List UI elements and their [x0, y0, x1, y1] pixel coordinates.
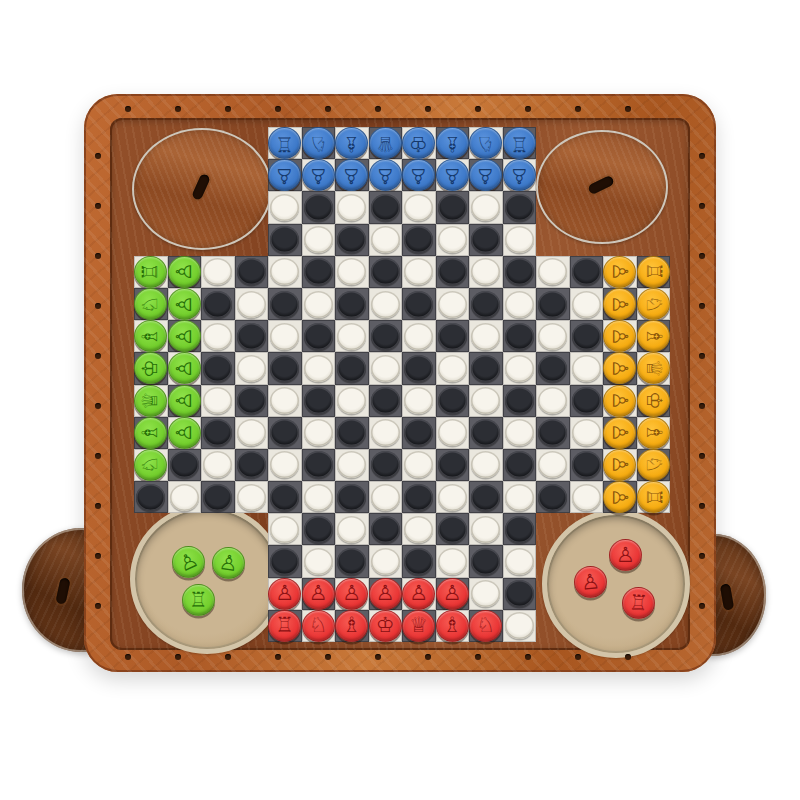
board-square[interactable]: [503, 610, 537, 642]
board-square[interactable]: ♗: [335, 127, 369, 159]
board-square[interactable]: [201, 256, 235, 288]
board-square[interactable]: [402, 417, 436, 449]
white-checker[interactable]: [471, 451, 500, 478]
board-square[interactable]: [369, 417, 403, 449]
black-checker[interactable]: [203, 419, 232, 446]
board-square[interactable]: ♗: [436, 610, 470, 642]
board-square[interactable]: ♖: [637, 481, 671, 513]
red-pawn[interactable]: ♙: [369, 578, 402, 610]
black-checker[interactable]: [371, 323, 400, 350]
white-checker[interactable]: [572, 419, 601, 446]
board-square[interactable]: [469, 256, 503, 288]
board-square[interactable]: [402, 288, 436, 320]
black-checker[interactable]: [404, 355, 433, 382]
white-checker[interactable]: [505, 226, 534, 253]
black-checker[interactable]: [136, 484, 165, 511]
yellow-king[interactable]: ♔: [637, 385, 670, 417]
black-checker[interactable]: [270, 548, 299, 575]
board-square[interactable]: [570, 481, 604, 513]
board-square[interactable]: [369, 545, 403, 577]
black-checker[interactable]: [404, 484, 433, 511]
black-checker[interactable]: [203, 355, 232, 382]
red-rook[interactable]: ♖: [268, 610, 301, 642]
white-checker[interactable]: [237, 484, 266, 511]
board-square[interactable]: ♙: [335, 578, 369, 610]
board-square[interactable]: ♘: [469, 610, 503, 642]
red-pawn[interactable]: ♙: [436, 578, 469, 610]
board-square[interactable]: ♕: [637, 352, 671, 384]
blue-pawn[interactable]: ♙: [503, 159, 536, 191]
white-checker[interactable]: [337, 451, 366, 478]
yellow-rook[interactable]: ♖: [637, 256, 670, 288]
yellow-pawn[interactable]: ♙: [603, 449, 636, 481]
board-square[interactable]: [503, 352, 537, 384]
red-knight[interactable]: ♘: [302, 610, 335, 642]
green-king[interactable]: ♔: [134, 352, 167, 384]
black-checker[interactable]: [471, 548, 500, 575]
board-square[interactable]: [335, 191, 369, 223]
red-bishop[interactable]: ♗: [436, 610, 469, 642]
white-checker[interactable]: [505, 484, 534, 511]
board-square[interactable]: ♖: [637, 256, 671, 288]
board-square[interactable]: ♖: [134, 256, 168, 288]
board-square[interactable]: [235, 320, 269, 352]
board-square[interactable]: [503, 224, 537, 256]
white-checker[interactable]: [505, 355, 534, 382]
board-square[interactable]: [235, 256, 269, 288]
board-square[interactable]: [436, 417, 470, 449]
board-square[interactable]: [268, 352, 302, 384]
white-checker[interactable]: [404, 451, 433, 478]
board-square[interactable]: [369, 513, 403, 545]
black-checker[interactable]: [371, 516, 400, 543]
black-checker[interactable]: [404, 226, 433, 253]
black-checker[interactable]: [270, 226, 299, 253]
board-square[interactable]: [469, 481, 503, 513]
board-square[interactable]: [134, 481, 168, 513]
board-square[interactable]: [369, 224, 403, 256]
black-checker[interactable]: [304, 451, 333, 478]
black-checker[interactable]: [505, 516, 534, 543]
black-checker[interactable]: [270, 355, 299, 382]
board-square[interactable]: ♙: [268, 578, 302, 610]
green-bishop[interactable]: ♗: [134, 417, 167, 449]
black-checker[interactable]: [505, 258, 534, 285]
white-checker[interactable]: [304, 291, 333, 318]
board-square[interactable]: [469, 320, 503, 352]
board-square[interactable]: ♘: [302, 610, 336, 642]
white-checker[interactable]: [572, 291, 601, 318]
blue-knight[interactable]: ♘: [469, 127, 502, 159]
board-square[interactable]: [235, 352, 269, 384]
board-square[interactable]: [402, 256, 436, 288]
board-square[interactable]: [503, 417, 537, 449]
board-square[interactable]: [402, 320, 436, 352]
black-checker[interactable]: [304, 194, 333, 221]
black-checker[interactable]: [371, 194, 400, 221]
black-checker[interactable]: [572, 451, 601, 478]
board-square[interactable]: ♘: [302, 127, 336, 159]
board-square[interactable]: [302, 417, 336, 449]
board-square[interactable]: [469, 224, 503, 256]
board-square[interactable]: ♕: [402, 610, 436, 642]
board-square[interactable]: ♘: [469, 127, 503, 159]
black-checker[interactable]: [471, 484, 500, 511]
white-checker[interactable]: [203, 258, 232, 285]
board-square[interactable]: [302, 545, 336, 577]
board-square[interactable]: ♖: [503, 127, 537, 159]
white-checker[interactable]: [471, 516, 500, 543]
black-checker[interactable]: [438, 387, 467, 414]
board-square[interactable]: [201, 352, 235, 384]
white-checker[interactable]: [270, 194, 299, 221]
board-square[interactable]: [436, 352, 470, 384]
green-rook[interactable]: ♖: [134, 256, 167, 288]
board-square[interactable]: [436, 256, 470, 288]
blue-pawn[interactable]: ♙: [369, 159, 402, 191]
black-checker[interactable]: [371, 258, 400, 285]
yellow-pawn[interactable]: ♙: [603, 288, 636, 320]
blue-king[interactable]: ♔: [402, 127, 435, 159]
board-square[interactable]: [503, 191, 537, 223]
black-checker[interactable]: [237, 258, 266, 285]
board-square[interactable]: ♙: [603, 352, 637, 384]
black-checker[interactable]: [304, 516, 333, 543]
board-square[interactable]: ♙: [603, 320, 637, 352]
black-checker[interactable]: [237, 387, 266, 414]
board-square[interactable]: ♙: [436, 159, 470, 191]
black-checker[interactable]: [337, 548, 366, 575]
red-rook[interactable]: ♖: [622, 587, 655, 619]
board-square[interactable]: ♙: [168, 288, 202, 320]
black-checker[interactable]: [270, 291, 299, 318]
board-square[interactable]: [570, 352, 604, 384]
board-square[interactable]: [268, 513, 302, 545]
board-square[interactable]: [402, 449, 436, 481]
black-checker[interactable]: [270, 484, 299, 511]
white-checker[interactable]: [304, 226, 333, 253]
black-checker[interactable]: [337, 291, 366, 318]
blue-queen[interactable]: ♕: [369, 127, 402, 159]
board-square[interactable]: ♗: [637, 320, 671, 352]
board-square[interactable]: [469, 578, 503, 610]
board-square[interactable]: [168, 481, 202, 513]
board-square[interactable]: [436, 545, 470, 577]
white-checker[interactable]: [505, 419, 534, 446]
red-bishop[interactable]: ♗: [335, 610, 368, 642]
board-square[interactable]: [503, 320, 537, 352]
white-checker[interactable]: [371, 226, 400, 253]
black-checker[interactable]: [438, 451, 467, 478]
board-square[interactable]: [302, 352, 336, 384]
white-checker[interactable]: [438, 291, 467, 318]
white-checker[interactable]: [404, 323, 433, 350]
red-pawn[interactable]: ♙: [609, 539, 642, 571]
board-square[interactable]: [436, 288, 470, 320]
board-square[interactable]: [469, 288, 503, 320]
board-square[interactable]: [335, 320, 369, 352]
black-checker[interactable]: [304, 387, 333, 414]
board-square[interactable]: [235, 288, 269, 320]
black-checker[interactable]: [438, 323, 467, 350]
board-square[interactable]: [369, 320, 403, 352]
board-square[interactable]: [369, 256, 403, 288]
green-queen[interactable]: ♕: [134, 385, 167, 417]
board-square[interactable]: ♙: [168, 256, 202, 288]
white-checker[interactable]: [203, 323, 232, 350]
black-checker[interactable]: [505, 194, 534, 221]
black-checker[interactable]: [505, 580, 534, 607]
board-square[interactable]: [302, 513, 336, 545]
black-checker[interactable]: [538, 484, 567, 511]
board-square[interactable]: [302, 288, 336, 320]
green-pawn[interactable]: ♙: [168, 352, 201, 384]
white-checker[interactable]: [438, 355, 467, 382]
board-square[interactable]: [235, 481, 269, 513]
blue-pawn[interactable]: ♙: [302, 159, 335, 191]
board-square[interactable]: ♘: [134, 449, 168, 481]
board-square[interactable]: [268, 545, 302, 577]
board-square[interactable]: [536, 481, 570, 513]
black-checker[interactable]: [203, 484, 232, 511]
yellow-pawn[interactable]: ♙: [603, 320, 636, 352]
board-square[interactable]: ♗: [335, 610, 369, 642]
white-checker[interactable]: [270, 323, 299, 350]
black-checker[interactable]: [438, 258, 467, 285]
board-square[interactable]: [335, 545, 369, 577]
white-checker[interactable]: [270, 516, 299, 543]
board-square[interactable]: [436, 385, 470, 417]
board-square[interactable]: ♗: [637, 417, 671, 449]
yellow-bishop[interactable]: ♗: [637, 320, 670, 352]
board-square[interactable]: ♙: [603, 385, 637, 417]
white-checker[interactable]: [203, 387, 232, 414]
board-square[interactable]: [235, 417, 269, 449]
blue-pawn[interactable]: ♙: [268, 159, 301, 191]
board-square[interactable]: ♙: [302, 159, 336, 191]
white-checker[interactable]: [371, 355, 400, 382]
black-checker[interactable]: [505, 323, 534, 350]
white-checker[interactable]: [438, 484, 467, 511]
board-square[interactable]: [369, 449, 403, 481]
board-square[interactable]: [335, 288, 369, 320]
yellow-pawn[interactable]: ♙: [603, 385, 636, 417]
board-square[interactable]: [402, 481, 436, 513]
black-checker[interactable]: [471, 291, 500, 318]
black-checker[interactable]: [471, 226, 500, 253]
board-square[interactable]: [302, 449, 336, 481]
white-checker[interactable]: [438, 419, 467, 446]
white-checker[interactable]: [572, 355, 601, 382]
board-square[interactable]: [570, 288, 604, 320]
black-checker[interactable]: [572, 323, 601, 350]
board-square[interactable]: ♔: [637, 385, 671, 417]
board-square[interactable]: ♙: [603, 256, 637, 288]
blue-pawn[interactable]: ♙: [402, 159, 435, 191]
board-square[interactable]: [536, 385, 570, 417]
black-checker[interactable]: [337, 419, 366, 446]
black-checker[interactable]: [438, 516, 467, 543]
board-square[interactable]: [302, 256, 336, 288]
black-checker[interactable]: [237, 451, 266, 478]
board-square[interactable]: [570, 449, 604, 481]
board-square[interactable]: [536, 256, 570, 288]
board-square[interactable]: ♙: [402, 159, 436, 191]
red-pawn[interactable]: ♙: [574, 566, 607, 598]
yellow-pawn[interactable]: ♙: [603, 481, 636, 513]
board-square[interactable]: [436, 224, 470, 256]
board-square[interactable]: [503, 578, 537, 610]
board-square[interactable]: ♗: [134, 320, 168, 352]
board-square[interactable]: ♙: [603, 288, 637, 320]
green-pawn[interactable]: ♙: [168, 385, 201, 417]
board-square[interactable]: [268, 320, 302, 352]
black-checker[interactable]: [371, 387, 400, 414]
board-square[interactable]: ♙: [503, 159, 537, 191]
white-checker[interactable]: [471, 323, 500, 350]
black-checker[interactable]: [337, 226, 366, 253]
green-pawn[interactable]: ♙: [172, 546, 205, 578]
board-square[interactable]: [469, 449, 503, 481]
green-pawn[interactable]: ♙: [168, 320, 201, 352]
white-checker[interactable]: [404, 387, 433, 414]
board-square[interactable]: [335, 417, 369, 449]
board-square[interactable]: [436, 191, 470, 223]
board-square[interactable]: ♖: [268, 127, 302, 159]
red-pawn[interactable]: ♙: [268, 578, 301, 610]
board-square[interactable]: ♕: [369, 127, 403, 159]
board-square[interactable]: [335, 224, 369, 256]
board-square[interactable]: [235, 385, 269, 417]
black-checker[interactable]: [304, 323, 333, 350]
board-square[interactable]: ♗: [436, 127, 470, 159]
white-checker[interactable]: [471, 580, 500, 607]
board-square[interactable]: ♙: [168, 352, 202, 384]
white-checker[interactable]: [505, 291, 534, 318]
board-square[interactable]: [436, 513, 470, 545]
board-square[interactable]: [503, 545, 537, 577]
board-square[interactable]: [335, 481, 369, 513]
red-king[interactable]: ♔: [369, 610, 402, 642]
board-square[interactable]: [402, 191, 436, 223]
board-square[interactable]: [302, 224, 336, 256]
board-square[interactable]: ♔: [369, 610, 403, 642]
white-checker[interactable]: [404, 516, 433, 543]
white-checker[interactable]: [404, 194, 433, 221]
white-checker[interactable]: [270, 387, 299, 414]
white-checker[interactable]: [237, 419, 266, 446]
black-checker[interactable]: [471, 419, 500, 446]
board-square[interactable]: [268, 288, 302, 320]
board-square[interactable]: [469, 417, 503, 449]
board-square[interactable]: [335, 385, 369, 417]
yellow-pawn[interactable]: ♙: [603, 352, 636, 384]
black-checker[interactable]: [337, 484, 366, 511]
board-square[interactable]: ♙: [335, 159, 369, 191]
board-square[interactable]: [503, 513, 537, 545]
board-square[interactable]: [268, 224, 302, 256]
white-checker[interactable]: [538, 323, 567, 350]
white-checker[interactable]: [337, 258, 366, 285]
board-square[interactable]: [168, 449, 202, 481]
black-checker[interactable]: [337, 355, 366, 382]
black-checker[interactable]: [404, 419, 433, 446]
board-square[interactable]: [201, 385, 235, 417]
board-square[interactable]: [536, 320, 570, 352]
white-checker[interactable]: [371, 419, 400, 446]
board-square[interactable]: [369, 352, 403, 384]
blue-bishop[interactable]: ♗: [436, 127, 469, 159]
black-checker[interactable]: [572, 258, 601, 285]
board-square[interactable]: [469, 191, 503, 223]
board-square[interactable]: [201, 320, 235, 352]
board-square[interactable]: ♙: [469, 159, 503, 191]
black-checker[interactable]: [471, 355, 500, 382]
black-checker[interactable]: [304, 258, 333, 285]
white-checker[interactable]: [572, 484, 601, 511]
yellow-knight[interactable]: ♘: [637, 288, 670, 320]
black-checker[interactable]: [505, 451, 534, 478]
board-square[interactable]: ♕: [134, 385, 168, 417]
board-square[interactable]: [201, 449, 235, 481]
black-checker[interactable]: [371, 451, 400, 478]
board-square[interactable]: [201, 288, 235, 320]
board-square[interactable]: ♙: [268, 159, 302, 191]
board-square[interactable]: [570, 320, 604, 352]
board-square[interactable]: ♔: [402, 127, 436, 159]
board-square[interactable]: ♙: [402, 578, 436, 610]
board-square[interactable]: [469, 385, 503, 417]
board-square[interactable]: ♙: [603, 481, 637, 513]
white-checker[interactable]: [304, 355, 333, 382]
board-square[interactable]: ♘: [637, 288, 671, 320]
white-checker[interactable]: [471, 258, 500, 285]
board-square[interactable]: [402, 545, 436, 577]
white-checker[interactable]: [337, 516, 366, 543]
black-checker[interactable]: [505, 387, 534, 414]
red-pawn[interactable]: ♙: [302, 578, 335, 610]
board-square[interactable]: [436, 320, 470, 352]
board-square[interactable]: [436, 449, 470, 481]
white-checker[interactable]: [538, 451, 567, 478]
board-square[interactable]: ♙: [168, 385, 202, 417]
white-checker[interactable]: [337, 387, 366, 414]
white-checker[interactable]: [371, 484, 400, 511]
board-square[interactable]: [369, 288, 403, 320]
black-checker[interactable]: [404, 291, 433, 318]
red-knight[interactable]: ♘: [469, 610, 502, 642]
board-square[interactable]: [268, 385, 302, 417]
board-square[interactable]: [268, 481, 302, 513]
white-checker[interactable]: [270, 258, 299, 285]
white-checker[interactable]: [371, 548, 400, 575]
white-checker[interactable]: [438, 548, 467, 575]
yellow-pawn[interactable]: ♙: [603, 256, 636, 288]
black-checker[interactable]: [572, 387, 601, 414]
white-checker[interactable]: [538, 387, 567, 414]
board-square[interactable]: ♙: [603, 449, 637, 481]
black-checker[interactable]: [538, 291, 567, 318]
board-square[interactable]: [503, 481, 537, 513]
board-square[interactable]: [436, 481, 470, 513]
board-square[interactable]: [469, 545, 503, 577]
board-square[interactable]: [335, 352, 369, 384]
white-checker[interactable]: [471, 387, 500, 414]
board-square[interactable]: ♗: [134, 417, 168, 449]
board-square[interactable]: [536, 288, 570, 320]
board-square[interactable]: [302, 481, 336, 513]
board-square[interactable]: [402, 513, 436, 545]
